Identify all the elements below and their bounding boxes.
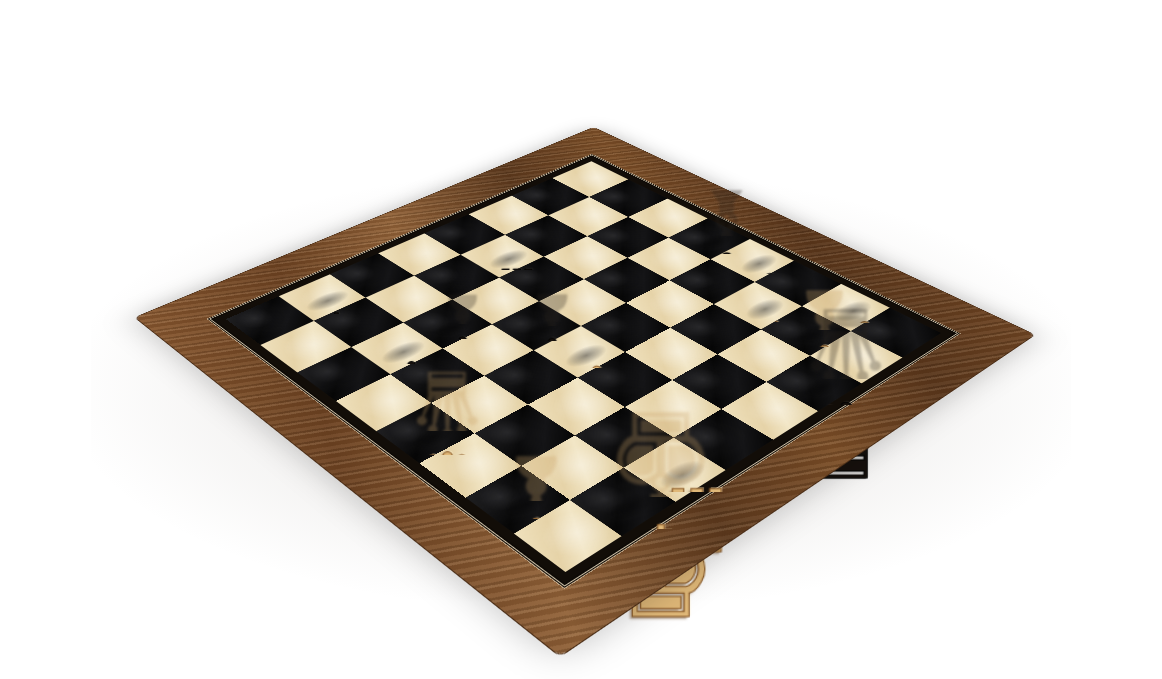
chess-board: ♚♜♟♟♟♟♟♝♝♛♛♟♟♞♟♟♟♟♟♚♚♜♛♛: [135, 127, 1034, 655]
board-pinstripe-inlay: ♚♜♟♟♟♟♟♝♝♛♛♟♟♞♟♟♟♟♟♚♚♜♛♛: [213, 156, 954, 582]
square-c4[interactable]: [625, 327, 717, 379]
walnut-frame: ♚♜♟♟♟♟♟♝♝♛♛♟♟♞♟♟♟♟♟♚♚♜♛♛: [135, 127, 1034, 655]
board-grid: ♚♜♟♟♟♟♟♝♝♛♛♟♟♞♟♟♟♟♟♚♚♜♛♛: [226, 161, 941, 571]
square-d3[interactable]: [626, 280, 714, 327]
square-b1[interactable]: ♟: [802, 283, 890, 330]
